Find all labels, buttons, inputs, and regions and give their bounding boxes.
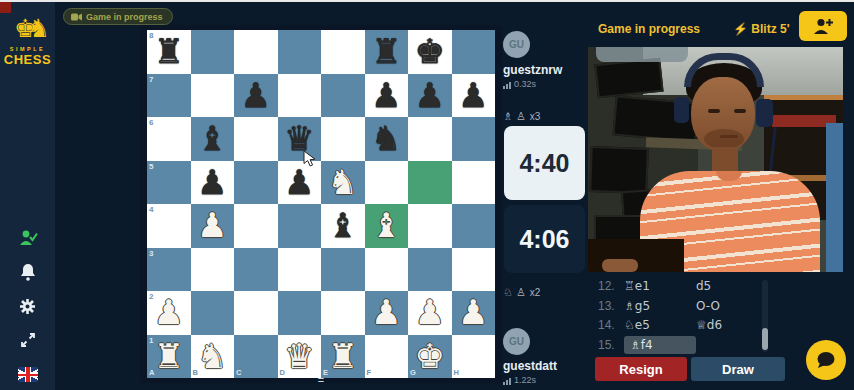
move-number: 15. <box>598 338 618 352</box>
black-pawn-c7[interactable]: ♟ <box>234 74 278 118</box>
square-a7[interactable]: 7 <box>147 74 191 118</box>
video-overlay-chip <box>596 47 688 62</box>
square-d8[interactable] <box>278 30 322 74</box>
square-b6[interactable]: ♝ <box>191 117 235 161</box>
square-a6[interactable]: 6 <box>147 117 191 161</box>
square-f4[interactable]: ♝ <box>365 204 409 248</box>
square-e4[interactable]: ♝ <box>321 204 365 248</box>
move-row-13[interactable]: 13.♗g5O-O <box>588 297 770 315</box>
move-list: 12.♖e1d513.♗g5O-O14.♘e5♕d615.♗f4 <box>588 277 770 355</box>
square-e2[interactable] <box>321 291 365 335</box>
bottom-player-latency: 1.22s <box>503 375 536 385</box>
headset-earcup-right <box>756 99 773 127</box>
square-h1[interactable]: H <box>452 335 496 379</box>
white-king-g1[interactable]: ♚ <box>408 335 452 379</box>
clock-bottom-player: 4:06 <box>504 205 585 273</box>
white-move[interactable]: ♗g5 <box>624 299 696 313</box>
white-pawn-h2[interactable]: ♟ <box>452 291 496 335</box>
board-container: 8♜♜♚7♟♟♟♟6♝♛♞5♟♟♞4♟♝♝32♟♟♟♟1A♜B♞CD♛E♜FG♚… <box>140 25 502 383</box>
square-d3[interactable] <box>278 248 322 292</box>
chat-button[interactable] <box>806 340 846 380</box>
square-d7[interactable] <box>278 74 322 118</box>
square-g5[interactable] <box>408 161 452 205</box>
square-f7[interactable]: ♟ <box>365 74 409 118</box>
square-b5[interactable]: ♟ <box>191 161 235 205</box>
square-e1[interactable]: E♜ <box>321 335 365 379</box>
top-player-latency: 0.32s <box>503 79 536 89</box>
white-rook-a1[interactable]: ♜ <box>147 335 191 379</box>
square-b7[interactable] <box>191 74 235 118</box>
game-status-pill-label: Game in progress <box>86 12 163 22</box>
move-number: 12. <box>598 279 618 293</box>
sidebar: ♚♞ SIMPLE CHESS <box>0 2 55 390</box>
add-opponent-button[interactable] <box>799 11 847 41</box>
black-pawn-f7[interactable]: ♟ <box>365 74 409 118</box>
square-e5[interactable]: ♞ <box>321 161 365 205</box>
fullscreen-expand-icon[interactable] <box>18 330 38 350</box>
square-g7[interactable]: ♟ <box>408 74 452 118</box>
square-f1[interactable]: F <box>365 335 409 379</box>
white-pawn-a2[interactable]: ♟ <box>147 291 191 335</box>
square-b2[interactable] <box>191 291 235 335</box>
app-logo[interactable]: ♚♞ SIMPLE CHESS <box>0 14 55 67</box>
white-pawn-f2[interactable]: ♟ <box>365 291 409 335</box>
square-d5[interactable]: ♟ <box>278 161 322 205</box>
black-pawn-h7[interactable]: ♟ <box>452 74 496 118</box>
square-g1[interactable]: G♚ <box>408 335 452 379</box>
black-pawn-g7[interactable]: ♟ <box>408 74 452 118</box>
square-b4[interactable]: ♟ <box>191 204 235 248</box>
current-move-chip[interactable]: ♗f4 <box>624 336 696 354</box>
black-queen-d6[interactable]: ♛ <box>278 117 322 161</box>
black-bishop-e4[interactable]: ♝ <box>321 204 365 248</box>
square-b8[interactable] <box>191 30 235 74</box>
square-a5[interactable]: 5 <box>147 161 191 205</box>
square-e7[interactable] <box>321 74 365 118</box>
move-number: 14. <box>598 318 618 332</box>
rank-label: 3 <box>149 249 153 258</box>
square-d1[interactable]: D♛ <box>278 335 322 379</box>
logo-text-big: CHESS <box>0 52 55 67</box>
square-d2[interactable] <box>278 291 322 335</box>
move-number: 13. <box>598 299 618 313</box>
white-queen-d1[interactable]: ♛ <box>278 335 322 379</box>
square-f2[interactable]: ♟ <box>365 291 409 335</box>
square-b3[interactable] <box>191 248 235 292</box>
rank-label: 7 <box>149 75 153 84</box>
black-rook-f8[interactable]: ♜ <box>365 30 409 74</box>
white-knight-b1[interactable]: ♞ <box>191 335 235 379</box>
headset-earcup-left <box>674 97 689 123</box>
square-e8[interactable] <box>321 30 365 74</box>
square-h8[interactable] <box>452 30 496 74</box>
square-f6[interactable]: ♞ <box>365 117 409 161</box>
move-row-14[interactable]: 14.♘e5♕d6 <box>588 316 770 334</box>
square-a8[interactable]: 8♜ <box>147 30 191 74</box>
square-h6[interactable] <box>452 117 496 161</box>
board-resize-handle[interactable]: = <box>140 376 502 384</box>
square-g3[interactable] <box>408 248 452 292</box>
square-c3[interactable] <box>234 248 278 292</box>
square-h4[interactable] <box>452 204 496 248</box>
square-f5[interactable] <box>365 161 409 205</box>
square-h3[interactable] <box>452 248 496 292</box>
logo-chess-pieces-icon: ♚♞ <box>0 14 55 44</box>
square-c8[interactable] <box>234 30 278 74</box>
top-player-name: guestznrw <box>503 63 562 77</box>
move-row-15[interactable]: 15.♗f4 <box>588 336 770 354</box>
square-c2[interactable] <box>234 291 278 335</box>
window-top-border <box>0 0 854 2</box>
chat-bubble-icon <box>816 351 836 369</box>
move-list-scrollbar <box>762 280 768 352</box>
square-e3[interactable] <box>321 248 365 292</box>
square-g8[interactable]: ♚ <box>408 30 452 74</box>
time-control-label: ⚡ Blitz 5' <box>733 22 790 36</box>
game-status-pill: Game in progress <box>63 8 173 25</box>
square-c5[interactable] <box>234 161 278 205</box>
rank-label: 6 <box>149 118 153 127</box>
opponent-webcam-video <box>588 47 843 272</box>
avatar-bottom-player: GU <box>503 328 530 355</box>
square-c6[interactable] <box>234 117 278 161</box>
app-window: ♚♞ SIMPLE CHESS Game in progress 8♜♜♚7♟♟… <box>0 0 854 390</box>
square-c7[interactable]: ♟ <box>234 74 278 118</box>
camera-icon <box>71 13 82 21</box>
square-f8[interactable]: ♜ <box>365 30 409 74</box>
square-h7[interactable]: ♟ <box>452 74 496 118</box>
avatar-top-player: GU <box>503 31 530 58</box>
square-c4[interactable] <box>234 204 278 248</box>
square-g6[interactable] <box>408 117 452 161</box>
signal-bars-icon <box>503 82 511 89</box>
draw-button[interactable]: Draw <box>691 357 785 381</box>
square-e6[interactable] <box>321 117 365 161</box>
user-online-icon[interactable] <box>18 228 38 248</box>
square-c1[interactable]: C <box>234 335 278 379</box>
square-d6[interactable]: ♛ <box>278 117 322 161</box>
white-move[interactable]: ♖e1 <box>624 279 696 293</box>
move-list-scrollbar-thumb[interactable] <box>762 328 768 350</box>
black-move[interactable]: O-O <box>696 299 720 313</box>
rank-label: 5 <box>149 162 153 171</box>
square-a4[interactable]: 4 <box>147 204 191 248</box>
square-a2[interactable]: 2♟ <box>147 291 191 335</box>
bottom-player-name: guestdatt <box>503 359 557 373</box>
white-move[interactable]: ♘e5 <box>624 318 696 332</box>
white-pawn-g2[interactable]: ♟ <box>408 291 452 335</box>
square-d4[interactable] <box>278 204 322 248</box>
square-g4[interactable] <box>408 204 452 248</box>
square-a3[interactable]: 3 <box>147 248 191 292</box>
white-knight-e5[interactable]: ♞ <box>321 161 365 205</box>
black-pawn-b5[interactable]: ♟ <box>191 161 235 205</box>
players-panel: GU guestznrw 0.32s ♗ ♙ x3 4:40 4:06 ♘ ♙ … <box>497 2 588 390</box>
lightning-icon: ⚡ <box>733 22 748 36</box>
settings-gear-icon[interactable] <box>18 296 38 316</box>
white-pawn-b4[interactable]: ♟ <box>191 204 235 248</box>
chess-board[interactable]: 8♜♜♚7♟♟♟♟6♝♛♞5♟♟♞4♟♝♝32♟♟♟♟1A♜B♞CD♛E♜FG♚… <box>147 30 495 378</box>
square-f3[interactable] <box>365 248 409 292</box>
square-b1[interactable]: B♞ <box>191 335 235 379</box>
black-rook-a8[interactable]: ♜ <box>147 30 191 74</box>
captured-tray-top: ♗ ♙ x3 <box>503 110 540 123</box>
square-h5[interactable] <box>452 161 496 205</box>
rank-label: 4 <box>149 205 153 214</box>
resign-button[interactable]: Resign <box>595 357 687 381</box>
recording-indicator <box>0 2 11 13</box>
move-row-12[interactable]: 12.♖e1d5 <box>588 277 770 295</box>
notifications-bell-icon[interactable] <box>18 262 38 282</box>
captured-tray-bottom: ♘ ♙ x2 <box>503 286 540 299</box>
signal-bars-icon <box>503 378 511 385</box>
square-h2[interactable]: ♟ <box>452 291 496 335</box>
square-a1[interactable]: 1A♜ <box>147 335 191 379</box>
clock-top-player: 4:40 <box>504 126 585 200</box>
white-rook-e1[interactable]: ♜ <box>321 335 365 379</box>
black-knight-f6[interactable]: ♞ <box>365 117 409 161</box>
white-bishop-f4[interactable]: ♝ <box>365 204 409 248</box>
black-move[interactable]: d5 <box>696 279 711 293</box>
language-flag-uk-icon[interactable] <box>18 364 38 384</box>
black-bishop-b6[interactable]: ♝ <box>191 117 235 161</box>
person-plus-icon <box>812 17 834 35</box>
black-king-g8[interactable]: ♚ <box>408 30 452 74</box>
black-pawn-d5[interactable]: ♟ <box>278 161 322 205</box>
game-status-text: Game in progress <box>598 22 700 36</box>
square-g2[interactable]: ♟ <box>408 291 452 335</box>
black-move[interactable]: ♕d6 <box>696 318 722 332</box>
